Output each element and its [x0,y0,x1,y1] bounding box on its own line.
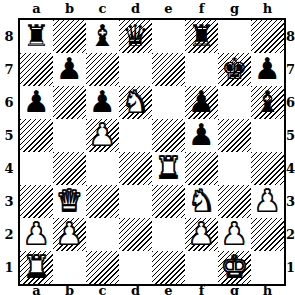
black-bishop: ♝ [254,87,281,117]
square-c2[interactable] [86,218,119,251]
square-c4[interactable] [86,152,119,185]
square-h4[interactable] [251,152,284,185]
chess-board: ♜♝♛♜♟♚♟♟♟♞♟♝♟♟♜♛♞♟♟♟♟♟♜♚ [18,18,286,286]
square-g1[interactable]: ♚ [218,251,251,284]
square-a2[interactable]: ♟ [20,218,53,251]
square-b7[interactable]: ♟ [53,53,86,86]
square-g8[interactable] [218,20,251,53]
rank-label-8: 8 [1,20,17,53]
square-d2[interactable] [119,218,152,251]
rank-label-5: 5 [1,119,17,152]
square-d6[interactable]: ♞ [119,86,152,119]
square-a1[interactable]: ♜ [20,251,53,284]
square-c6[interactable]: ♟ [86,86,119,119]
square-f8[interactable]: ♜ [185,20,218,53]
square-e3[interactable] [152,185,185,218]
white-knight: ♞ [188,186,215,216]
black-king: ♚ [221,54,248,84]
rank-label-2: 2 [286,218,295,251]
rank-label-7: 7 [1,53,17,86]
black-queen: ♛ [122,21,149,51]
rank-labels-left: 87654321 [1,20,17,284]
white-king: ♚ [221,252,248,282]
square-e2[interactable] [152,218,185,251]
square-c8[interactable]: ♝ [86,20,119,53]
square-c5[interactable]: ♟ [86,119,119,152]
square-d7[interactable] [119,53,152,86]
square-f5[interactable]: ♟ [185,119,218,152]
square-f6[interactable]: ♟ [185,86,218,119]
square-d8[interactable]: ♛ [119,20,152,53]
rank-label-6: 6 [286,86,295,119]
black-pawn: ♟ [188,120,215,150]
black-bishop: ♝ [89,21,116,51]
square-a5[interactable] [20,119,53,152]
square-g5[interactable] [218,119,251,152]
square-d5[interactable] [119,119,152,152]
square-b1[interactable] [53,251,86,284]
square-a7[interactable] [20,53,53,86]
white-rook: ♜ [23,252,50,282]
file-label-f: f [185,2,218,16]
square-f7[interactable] [185,53,218,86]
file-label-d: d [119,2,152,16]
square-c7[interactable] [86,53,119,86]
square-e4[interactable]: ♜ [152,152,185,185]
square-h3[interactable]: ♟ [251,185,284,218]
square-e1[interactable] [152,251,185,284]
square-b8[interactable] [53,20,86,53]
file-label-b: b [53,2,86,16]
square-a4[interactable] [20,152,53,185]
square-f1[interactable] [185,251,218,284]
black-rook: ♜ [188,21,215,51]
square-e5[interactable] [152,119,185,152]
square-e7[interactable] [152,53,185,86]
rank-label-4: 4 [1,152,17,185]
square-e8[interactable] [152,20,185,53]
rank-label-6: 6 [1,86,17,119]
square-d1[interactable] [119,251,152,284]
black-pawn: ♟ [254,54,281,84]
white-pawn: ♟ [221,219,248,249]
square-a8[interactable]: ♜ [20,20,53,53]
rank-label-5: 5 [286,119,295,152]
rank-labels-right: 87654321 [286,20,295,284]
square-f4[interactable] [185,152,218,185]
white-queen: ♛ [56,186,83,216]
file-labels-top: abcdefgh [20,2,284,16]
rank-label-3: 3 [286,185,295,218]
white-pawn: ♟ [56,219,83,249]
black-pawn: ♟ [89,87,116,117]
rank-label-3: 3 [1,185,17,218]
rank-label-1: 1 [1,251,17,284]
square-h5[interactable] [251,119,284,152]
square-a6[interactable]: ♟ [20,86,53,119]
square-f3[interactable]: ♞ [185,185,218,218]
square-b6[interactable] [53,86,86,119]
file-label-a: a [20,2,53,16]
rank-label-2: 2 [1,218,17,251]
square-g2[interactable]: ♟ [218,218,251,251]
square-b2[interactable]: ♟ [53,218,86,251]
square-c3[interactable] [86,185,119,218]
square-b4[interactable] [53,152,86,185]
chess-diagram: abcdefgh abcdefgh 87654321 87654321 ♜♝♛♜… [0,0,295,295]
square-b3[interactable]: ♛ [53,185,86,218]
square-h1[interactable] [251,251,284,284]
rank-label-4: 4 [286,152,295,185]
file-label-e: e [152,2,185,16]
square-d3[interactable] [119,185,152,218]
white-pawn: ♟ [23,219,50,249]
square-a3[interactable] [20,185,53,218]
rank-label-1: 1 [286,251,295,284]
file-label-h: h [251,2,284,16]
square-g7[interactable]: ♚ [218,53,251,86]
file-label-c: c [86,2,119,16]
black-pawn: ♟ [56,54,83,84]
rank-label-8: 8 [286,20,295,53]
square-h6[interactable]: ♝ [251,86,284,119]
black-pawn: ♟ [23,87,50,117]
white-pawn: ♟ [188,219,215,249]
square-g3[interactable] [218,185,251,218]
square-f2[interactable]: ♟ [185,218,218,251]
black-pawn: ♟ [188,87,215,117]
white-rook: ♜ [155,153,182,183]
rank-label-7: 7 [286,53,295,86]
square-g4[interactable] [218,152,251,185]
square-b5[interactable] [53,119,86,152]
square-c1[interactable] [86,251,119,284]
white-knight: ♞ [122,87,149,117]
square-d4[interactable] [119,152,152,185]
square-h8[interactable] [251,20,284,53]
square-e6[interactable] [152,86,185,119]
square-h7[interactable]: ♟ [251,53,284,86]
white-pawn: ♟ [89,120,116,150]
file-label-g: g [218,2,251,16]
square-h2[interactable] [251,218,284,251]
white-pawn: ♟ [254,186,281,216]
square-g6[interactable] [218,86,251,119]
black-rook: ♜ [23,21,50,51]
